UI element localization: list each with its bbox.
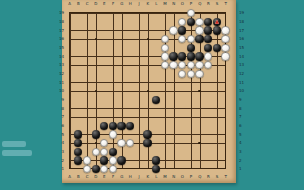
coord-label-left: 8 <box>56 107 64 111</box>
coord-label-left: 2 <box>56 159 64 163</box>
stone-black-G2[interactable] <box>117 156 125 164</box>
star-point <box>147 90 149 92</box>
coord-label-top: N <box>172 2 175 6</box>
stone-black-F6[interactable] <box>109 122 117 130</box>
coord-label-right: 7 <box>239 115 242 119</box>
stone-white-T14[interactable] <box>221 52 229 60</box>
watermark <box>2 141 26 147</box>
stone-white-P16[interactable] <box>187 35 195 43</box>
stone-white-F2[interactable] <box>109 156 117 164</box>
coord-label-left: 15 <box>56 46 64 50</box>
coord-label-right: 6 <box>239 124 242 128</box>
coord-label-top: H <box>129 2 132 6</box>
coord-label-right: 2 <box>239 159 242 163</box>
stone-black-R18[interactable] <box>204 18 212 26</box>
coord-label-left: 7 <box>56 115 64 119</box>
stone-white-M13[interactable] <box>161 61 169 69</box>
stone-black-S18[interactable] <box>213 18 221 26</box>
stone-black-B4[interactable] <box>74 139 82 147</box>
stone-black-G6[interactable] <box>117 122 125 130</box>
stone-white-C1[interactable] <box>83 165 91 173</box>
stone-black-O17[interactable] <box>178 26 186 34</box>
coord-label-right: 13 <box>239 63 244 67</box>
coord-label-right: 11 <box>239 81 244 85</box>
stone-grid[interactable] <box>65 9 230 174</box>
stone-white-M14[interactable] <box>161 52 169 60</box>
stone-black-R15[interactable] <box>204 44 212 52</box>
coord-label-left: 9 <box>56 98 64 102</box>
stone-black-P15[interactable] <box>187 44 195 52</box>
coord-label-top: L <box>155 2 157 6</box>
star-point <box>147 38 149 40</box>
coord-label-left: 13 <box>56 63 64 67</box>
coord-label-right: 18 <box>239 20 244 24</box>
stone-black-B2[interactable] <box>74 156 82 164</box>
coord-label-left: 16 <box>56 37 64 41</box>
stone-black-F3[interactable] <box>109 148 117 156</box>
coord-label-right: 16 <box>239 37 244 41</box>
coord-label-bottom: O <box>181 175 184 179</box>
stone-white-D3[interactable] <box>92 148 100 156</box>
coord-label-top: K <box>146 2 149 6</box>
coord-label-bottom: F <box>112 175 114 179</box>
coord-label-top: R <box>207 2 210 6</box>
stone-white-O18[interactable] <box>178 18 186 26</box>
stone-white-Q13[interactable] <box>195 61 203 69</box>
coord-label-bottom: B <box>77 175 80 179</box>
stone-black-S15[interactable] <box>213 44 221 52</box>
coord-label-left: 1 <box>56 167 64 171</box>
stone-white-M16[interactable] <box>161 35 169 43</box>
coord-label-top: A <box>68 2 71 6</box>
coord-label-right: 10 <box>239 89 244 93</box>
coord-label-bottom: P <box>190 175 192 179</box>
stone-black-S17[interactable] <box>213 26 221 34</box>
stone-white-P12[interactable] <box>187 70 195 78</box>
coord-label-top: D <box>94 2 97 6</box>
coord-label-right: 17 <box>239 29 244 33</box>
coord-label-top: E <box>103 2 106 6</box>
coord-label-top: F <box>112 2 114 6</box>
watermark <box>2 150 32 156</box>
stone-black-L1[interactable] <box>152 165 160 173</box>
coord-label-right: 4 <box>239 141 242 145</box>
star-point <box>95 38 97 40</box>
coord-label-top: P <box>190 2 192 6</box>
stone-black-K5[interactable] <box>143 130 151 138</box>
coord-label-bottom: K <box>146 175 149 179</box>
coord-label-right: 8 <box>239 107 242 111</box>
stone-white-P13[interactable] <box>187 61 195 69</box>
star-point <box>198 142 200 144</box>
coord-label-top: S <box>216 2 219 6</box>
stone-white-E1[interactable] <box>100 165 108 173</box>
stone-white-M15[interactable] <box>161 44 169 52</box>
coord-label-left: 5 <box>56 133 64 137</box>
coord-label-top: O <box>181 2 184 6</box>
coord-label-bottom: L <box>155 175 157 179</box>
stone-white-Q12[interactable] <box>195 70 203 78</box>
go-app-screen: ABCDEFGHJKLMNOPQRST ABCDEFGHJKLMNOPQRST … <box>0 0 304 190</box>
coord-label-left: 11 <box>56 81 64 85</box>
stone-white-O16[interactable] <box>178 35 186 43</box>
coord-label-top: C <box>86 2 89 6</box>
coord-label-bottom: E <box>103 175 106 179</box>
stone-white-Q17[interactable] <box>195 26 203 34</box>
coord-label-left: 14 <box>56 55 64 59</box>
coord-label-bottom: J <box>138 175 139 179</box>
stone-white-T17[interactable] <box>221 26 229 34</box>
stone-white-E3[interactable] <box>100 148 108 156</box>
coord-label-left: 6 <box>56 124 64 128</box>
stone-black-E6[interactable] <box>100 122 108 130</box>
coord-label-bottom: D <box>94 175 97 179</box>
stone-black-D5[interactable] <box>92 130 100 138</box>
stone-white-Q18[interactable] <box>195 18 203 26</box>
coord-label-top: T <box>225 2 227 6</box>
coord-label-right: 14 <box>239 55 244 59</box>
coord-label-bottom: Q <box>198 175 201 179</box>
coord-label-top: B <box>77 2 80 6</box>
coord-label-top: G <box>120 2 123 6</box>
coord-label-right: 5 <box>239 133 242 137</box>
coord-label-bottom: C <box>86 175 89 179</box>
star-point <box>95 90 97 92</box>
stone-white-T15[interactable] <box>221 44 229 52</box>
coord-label-right: 19 <box>239 11 244 15</box>
stone-white-F1[interactable] <box>109 165 117 173</box>
coord-label-bottom: N <box>172 175 175 179</box>
coord-label-left: 10 <box>56 89 64 93</box>
stone-black-L2[interactable] <box>152 156 160 164</box>
stone-white-E4[interactable] <box>100 139 108 147</box>
stone-white-R13[interactable] <box>204 61 212 69</box>
coord-label-left: 12 <box>56 72 64 76</box>
coord-label-left: 17 <box>56 29 64 33</box>
stone-black-Q16[interactable] <box>195 35 203 43</box>
stone-black-P14[interactable] <box>187 52 195 60</box>
stone-black-B5[interactable] <box>74 130 82 138</box>
stone-white-T16[interactable] <box>221 35 229 43</box>
coord-label-bottom: R <box>207 175 210 179</box>
last-move-triangle-marker <box>215 20 219 24</box>
coord-label-bottom: H <box>129 175 132 179</box>
coord-label-right: 9 <box>239 98 242 102</box>
stone-white-C2[interactable] <box>83 156 91 164</box>
stone-white-N13[interactable] <box>169 61 177 69</box>
coord-label-top: J <box>138 2 139 6</box>
coord-label-left: 4 <box>56 141 64 145</box>
stone-black-N14[interactable] <box>169 52 177 60</box>
stone-black-E2[interactable] <box>100 156 108 164</box>
stone-white-H4[interactable] <box>126 139 134 147</box>
coord-label-right: 15 <box>239 46 244 50</box>
coord-label-bottom: T <box>225 175 227 179</box>
stone-black-R16[interactable] <box>204 35 212 43</box>
coord-label-bottom: A <box>68 175 71 179</box>
stone-black-H6[interactable] <box>126 122 134 130</box>
stone-white-P19[interactable] <box>187 9 195 17</box>
stone-black-D1[interactable] <box>92 165 100 173</box>
stone-black-L9[interactable] <box>152 96 160 104</box>
stone-black-B3[interactable] <box>74 148 82 156</box>
coord-label-left: 19 <box>56 11 64 15</box>
star-point <box>198 90 200 92</box>
stone-white-G4[interactable] <box>117 139 125 147</box>
coord-label-left: 3 <box>56 150 64 154</box>
stone-white-N17[interactable] <box>169 26 177 34</box>
coord-label-left: 18 <box>56 20 64 24</box>
stone-black-Q14[interactable] <box>195 52 203 60</box>
stone-black-P18[interactable] <box>187 18 195 26</box>
coord-label-right: 3 <box>239 150 242 154</box>
stone-black-O14[interactable] <box>178 52 186 60</box>
stone-black-R17[interactable] <box>204 26 212 34</box>
coord-label-top: M <box>163 2 166 6</box>
star-point <box>95 142 97 144</box>
coord-label-top: Q <box>198 2 201 6</box>
stone-white-O12[interactable] <box>178 70 186 78</box>
coord-label-bottom: M <box>163 175 166 179</box>
stone-white-F5[interactable] <box>109 130 117 138</box>
coord-label-bottom: G <box>120 175 123 179</box>
stone-black-K4[interactable] <box>143 139 151 147</box>
coord-label-right: 1 <box>239 167 242 171</box>
stone-white-O13[interactable] <box>178 61 186 69</box>
stone-white-R14[interactable] <box>204 52 212 60</box>
coord-label-bottom: S <box>216 175 219 179</box>
coord-label-right: 12 <box>239 72 244 76</box>
